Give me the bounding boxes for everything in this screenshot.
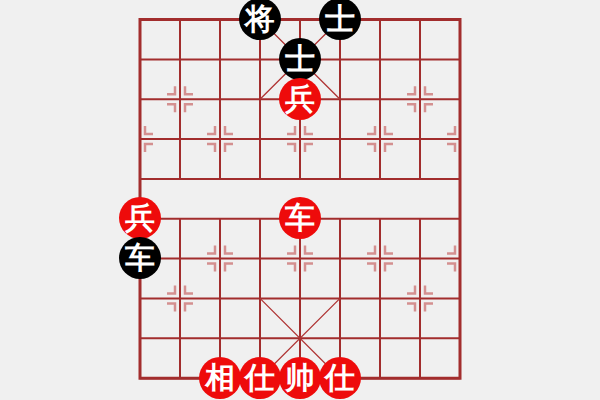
piece-red-elephant[interactable]: 相 bbox=[199, 357, 241, 399]
piece-red-general[interactable]: 帅 bbox=[279, 357, 321, 399]
piece-red-chariot[interactable]: 车 bbox=[279, 197, 321, 239]
piece-red-soldier[interactable]: 兵 bbox=[279, 78, 321, 120]
piece-black-advisor[interactable]: 士 bbox=[319, 0, 361, 40]
piece-red-advisor[interactable]: 仕 bbox=[239, 357, 281, 399]
piece-black-advisor[interactable]: 士 bbox=[279, 38, 321, 80]
piece-red-advisor[interactable]: 仕 bbox=[319, 357, 361, 399]
piece-black-chariot[interactable]: 车 bbox=[119, 237, 161, 279]
xiangqi-board[interactable]: 将士士兵兵车车相仕帅仕 bbox=[120, 0, 480, 398]
xiangqi-app-canvas: 将士士兵兵车车相仕帅仕 bbox=[0, 0, 600, 400]
piece-red-soldier[interactable]: 兵 bbox=[119, 197, 161, 239]
piece-black-general[interactable]: 将 bbox=[239, 0, 281, 40]
